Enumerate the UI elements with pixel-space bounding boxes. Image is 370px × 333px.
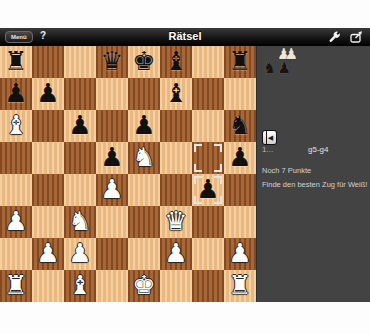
square-a8[interactable]: ♜ — [0, 46, 32, 78]
white-pawn-a3: ♟ — [0, 206, 32, 238]
page-title: Rätsel — [0, 30, 370, 42]
square-b6[interactable] — [32, 110, 64, 142]
top-navigation-bar: Menü ? Rätsel — [0, 28, 370, 46]
square-a3[interactable]: ♟ — [0, 206, 32, 238]
black-pawn-c6: ♟ — [64, 110, 96, 142]
square-e4[interactable] — [128, 174, 160, 206]
black-rook-a8: ♜ — [0, 46, 32, 78]
task-instruction-label: Finde den besten Zug für Weiß! — [262, 180, 367, 189]
black-bishop-f8: ♝ — [160, 46, 192, 78]
square-g4[interactable]: ♟ — [192, 174, 224, 206]
square-f2[interactable]: ♟ — [160, 238, 192, 270]
square-a7[interactable]: ♟ — [0, 78, 32, 110]
square-e2[interactable] — [128, 238, 160, 270]
square-c2[interactable]: ♟ — [64, 238, 96, 270]
black-knight-h6: ♞ — [224, 110, 256, 142]
captured-black-pieces: ♞♟ — [263, 58, 292, 74]
square-e5[interactable]: ♞ — [128, 142, 160, 174]
square-b3[interactable] — [32, 206, 64, 238]
square-h5[interactable]: ♟ — [224, 142, 256, 174]
square-g6[interactable] — [192, 110, 224, 142]
points-remaining-label: Noch 7 Punkte — [262, 166, 311, 175]
square-c4[interactable] — [64, 174, 96, 206]
square-e6[interactable]: ♟ — [128, 110, 160, 142]
square-e7[interactable] — [128, 78, 160, 110]
square-a2[interactable] — [0, 238, 32, 270]
square-d7[interactable] — [96, 78, 128, 110]
square-e8[interactable]: ♚ — [128, 46, 160, 78]
black-king-e8: ♚ — [128, 46, 160, 78]
share-icon[interactable] — [349, 30, 364, 44]
square-h4[interactable] — [224, 174, 256, 206]
white-bishop-a6: ♝ — [0, 110, 32, 142]
square-f4[interactable] — [160, 174, 192, 206]
shredder-chess-app: Menü ? Rätsel ♜♛♚♝♜♟♟♝♝♟♟♞♟♞♟♟♟♟♞♛♟♟♟♟♜♝… — [0, 28, 370, 302]
white-pawn-h2: ♟ — [224, 238, 256, 270]
white-king-e1: ♚ — [128, 270, 160, 302]
white-queen-f3: ♛ — [160, 206, 192, 238]
square-g1[interactable] — [192, 270, 224, 302]
square-h2[interactable]: ♟ — [224, 238, 256, 270]
white-pawn-d4: ♟ — [96, 174, 128, 206]
square-h7[interactable] — [224, 78, 256, 110]
square-a5[interactable] — [0, 142, 32, 174]
wrench-icon[interactable] — [327, 30, 342, 44]
square-d5[interactable]: ♟ — [96, 142, 128, 174]
black-pawn-e6: ♟ — [128, 110, 160, 142]
square-c1[interactable]: ♝ — [64, 270, 96, 302]
white-rook-a1: ♜ — [0, 270, 32, 302]
square-b7[interactable]: ♟ — [32, 78, 64, 110]
square-c7[interactable] — [64, 78, 96, 110]
black-pawn-a7: ♟ — [0, 78, 32, 110]
square-h6[interactable]: ♞ — [224, 110, 256, 142]
square-d3[interactable] — [96, 206, 128, 238]
captured-piece: ♟ — [277, 59, 291, 77]
square-f5[interactable] — [160, 142, 192, 174]
square-g2[interactable] — [192, 238, 224, 270]
white-rook-h1: ♜ — [224, 270, 256, 302]
square-b1[interactable] — [32, 270, 64, 302]
square-d8[interactable]: ♛ — [96, 46, 128, 78]
last-move-highlight — [192, 174, 224, 206]
square-g3[interactable] — [192, 206, 224, 238]
white-knight-e5: ♞ — [128, 142, 160, 174]
square-b4[interactable] — [32, 174, 64, 206]
square-c8[interactable] — [64, 46, 96, 78]
black-pawn-b7: ♟ — [32, 78, 64, 110]
square-e3[interactable] — [128, 206, 160, 238]
square-h3[interactable] — [224, 206, 256, 238]
black-pawn-h5: ♟ — [224, 142, 256, 174]
chess-board: ♜♛♚♝♜♟♟♝♝♟♟♞♟♞♟♟♟♟♞♛♟♟♟♟♜♝♚♜ — [0, 46, 256, 302]
info-panel: ♟♟ ♞♟ ◀ 1... g5-g4 Noch 7 Punkte Finde d… — [256, 46, 370, 302]
move-number: 1... — [262, 145, 273, 154]
square-b2[interactable]: ♟ — [32, 238, 64, 270]
last-move-highlight — [192, 142, 224, 174]
white-knight-c3: ♞ — [64, 206, 96, 238]
square-a6[interactable]: ♝ — [0, 110, 32, 142]
square-h8[interactable]: ♜ — [224, 46, 256, 78]
black-queen-d8: ♛ — [96, 46, 128, 78]
square-b8[interactable] — [32, 46, 64, 78]
square-c5[interactable] — [64, 142, 96, 174]
square-b5[interactable] — [32, 142, 64, 174]
black-bishop-f7: ♝ — [160, 78, 192, 110]
main-content: ♜♛♚♝♜♟♟♝♝♟♟♞♟♞♟♟♟♟♞♛♟♟♟♟♜♝♚♜ ♟♟ ♞♟ ◀ 1..… — [0, 46, 370, 302]
white-pawn-b2: ♟ — [32, 238, 64, 270]
square-c6[interactable]: ♟ — [64, 110, 96, 142]
square-d6[interactable] — [96, 110, 128, 142]
square-f8[interactable]: ♝ — [160, 46, 192, 78]
square-f3[interactable]: ♛ — [160, 206, 192, 238]
square-g5[interactable] — [192, 142, 224, 174]
square-h1[interactable]: ♜ — [224, 270, 256, 302]
black-pawn-d5: ♟ — [96, 142, 128, 174]
white-bishop-c1: ♝ — [64, 270, 96, 302]
black-rook-h8: ♜ — [224, 46, 256, 78]
skip-to-start-button[interactable]: ◀ — [262, 130, 277, 145]
square-c3[interactable]: ♞ — [64, 206, 96, 238]
white-pawn-c2: ♟ — [64, 238, 96, 270]
move-list-row[interactable]: 1... g5-g4 — [262, 145, 366, 154]
square-f7[interactable]: ♝ — [160, 78, 192, 110]
square-g8[interactable] — [192, 46, 224, 78]
captured-piece: ♞ — [263, 59, 277, 77]
square-d2[interactable] — [96, 238, 128, 270]
square-d4[interactable]: ♟ — [96, 174, 128, 206]
square-a4[interactable] — [0, 174, 32, 206]
skip-to-start-icon: ◀ — [266, 131, 273, 144]
move-text: g5-g4 — [308, 145, 328, 154]
square-d1[interactable] — [96, 270, 128, 302]
square-g7[interactable] — [192, 78, 224, 110]
white-pawn-f2: ♟ — [160, 238, 192, 270]
square-a1[interactable]: ♜ — [0, 270, 32, 302]
square-f6[interactable] — [160, 110, 192, 142]
square-f1[interactable] — [160, 270, 192, 302]
square-e1[interactable]: ♚ — [128, 270, 160, 302]
